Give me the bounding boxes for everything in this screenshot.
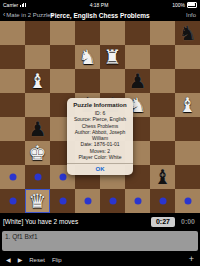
square-h6[interactable] [175, 69, 200, 93]
move-list: 1. Qf1 Bxf1 [2, 231, 198, 251]
square-f7[interactable] [125, 45, 150, 69]
back-button[interactable]: ‹ Mate in 2 Puzzles [3, 12, 54, 18]
clock-time: 4:18 PM [90, 2, 109, 8]
piece-white-N-d7[interactable]: ♞ [79, 47, 97, 67]
legal-move-dot[interactable] [184, 198, 191, 205]
square-g6[interactable] [150, 69, 175, 93]
chevron-left-icon: ‹ [3, 12, 5, 18]
square-b4[interactable]: ♟ [25, 117, 50, 141]
square-h3[interactable] [175, 141, 200, 165]
square-f6[interactable]: ♟ [125, 69, 150, 93]
flip-button[interactable]: Flip [52, 257, 62, 263]
piece-white-K-b3[interactable]: ♚ [29, 143, 47, 163]
square-a5[interactable] [0, 93, 25, 117]
square-g8[interactable] [150, 21, 175, 45]
puzzle-info-popup: Puzzle Information ID: 6Source: Pierce, … [67, 98, 133, 175]
square-f1[interactable] [125, 189, 150, 213]
plus-button[interactable]: + [189, 255, 194, 264]
square-a8[interactable] [0, 21, 25, 45]
piece-white-B-b6[interactable]: ♝ [29, 71, 47, 91]
piece-white-Q-b1[interactable]: ♛ [29, 191, 47, 211]
square-e1[interactable] [100, 189, 125, 213]
ok-button[interactable]: OK [67, 163, 133, 175]
square-g4[interactable] [150, 117, 175, 141]
square-h4[interactable] [175, 117, 200, 141]
move-hint-text: [White] You have 2 moves [3, 218, 151, 225]
piece-black-N-h8[interactable]: ♞ [179, 23, 197, 43]
square-e8[interactable] [100, 21, 125, 45]
black-clock: 0:00 [181, 218, 195, 225]
piece-white-B-h5[interactable]: ♝ [179, 95, 197, 115]
square-e6[interactable] [100, 69, 125, 93]
square-a2[interactable] [0, 165, 25, 189]
square-c1[interactable] [50, 189, 75, 213]
legal-move-dot[interactable] [134, 198, 141, 205]
popup-info-line: Source: Pierce, English Chess Problems [71, 116, 129, 129]
legal-move-dot[interactable] [159, 198, 166, 205]
square-b5[interactable] [25, 93, 50, 117]
square-b7[interactable] [25, 45, 50, 69]
square-d1[interactable] [75, 189, 100, 213]
step-back-button[interactable]: ◀ [6, 256, 11, 263]
piece-black-B-g2[interactable]: ♝ [154, 167, 172, 187]
legal-move-dot[interactable] [34, 174, 41, 181]
square-g7[interactable] [150, 45, 175, 69]
popup-info-line: Author: Abbott, Joseph William [71, 129, 129, 142]
info-button[interactable]: Info [186, 12, 196, 18]
bottom-toolbar: ◀ ▶ Reset Flip + [0, 253, 200, 266]
square-a4[interactable] [0, 117, 25, 141]
piece-black-P-b4[interactable]: ♟ [29, 119, 47, 139]
square-e7[interactable]: ♜ [100, 45, 125, 69]
square-g2[interactable]: ♝ [150, 165, 175, 189]
chess-puzzle-app: Carrier 4:18 PM 100% ‹ Mate in 2 Puzzles… [0, 0, 200, 266]
status-bar: Carrier 4:18 PM 100% [0, 0, 200, 9]
square-g3[interactable] [150, 141, 175, 165]
square-a6[interactable] [0, 69, 25, 93]
square-b3[interactable]: ♚ [25, 141, 50, 165]
battery-icon [187, 2, 197, 8]
popup-info-line: Player Color: White [71, 154, 129, 160]
popup-title: Puzzle Information [67, 98, 133, 110]
square-h5[interactable]: ♝ [175, 93, 200, 117]
legal-move-dot[interactable] [84, 198, 91, 205]
square-b6[interactable]: ♝ [25, 69, 50, 93]
back-button-label: Mate in 2 Puzzles [6, 12, 53, 18]
square-f8[interactable] [125, 21, 150, 45]
square-h2[interactable] [175, 165, 200, 189]
square-g1[interactable] [150, 189, 175, 213]
piece-white-R-e7[interactable]: ♜ [104, 47, 122, 67]
square-g5[interactable] [150, 93, 175, 117]
square-d8[interactable] [75, 21, 100, 45]
white-clock: 0:27 [151, 217, 175, 227]
square-h1[interactable] [175, 189, 200, 213]
square-a7[interactable] [0, 45, 25, 69]
carrier-label: Carrier [3, 2, 18, 8]
square-b1[interactable]: ♛ [25, 189, 50, 213]
legal-move-dot[interactable] [59, 198, 66, 205]
legal-move-dot[interactable] [59, 174, 66, 181]
legal-move-dot[interactable] [9, 198, 16, 205]
nav-bar: ‹ Mate in 2 Puzzles Pierce, English Ches… [0, 9, 200, 21]
square-a3[interactable] [0, 141, 25, 165]
step-forward-button[interactable]: ▶ [18, 256, 23, 263]
signal-icon [20, 3, 26, 7]
game-status-line: [White] You have 2 moves 0:27 0:00 [0, 213, 200, 230]
square-c6[interactable] [50, 69, 75, 93]
square-c8[interactable] [50, 21, 75, 45]
square-c7[interactable] [50, 45, 75, 69]
square-d7[interactable]: ♞ [75, 45, 100, 69]
popup-body: ID: 6Source: Pierce, English Chess Probl… [67, 110, 133, 163]
legal-move-dot[interactable] [9, 174, 16, 181]
square-b8[interactable] [25, 21, 50, 45]
reset-button[interactable]: Reset [29, 257, 45, 263]
legal-move-dot[interactable] [109, 198, 116, 205]
square-d6[interactable] [75, 69, 100, 93]
square-a1[interactable] [0, 189, 25, 213]
square-h8[interactable]: ♞ [175, 21, 200, 45]
battery-percent: 100% [172, 2, 185, 8]
square-h7[interactable] [175, 45, 200, 69]
piece-black-P-f6[interactable]: ♟ [129, 71, 147, 91]
square-b2[interactable] [25, 165, 50, 189]
